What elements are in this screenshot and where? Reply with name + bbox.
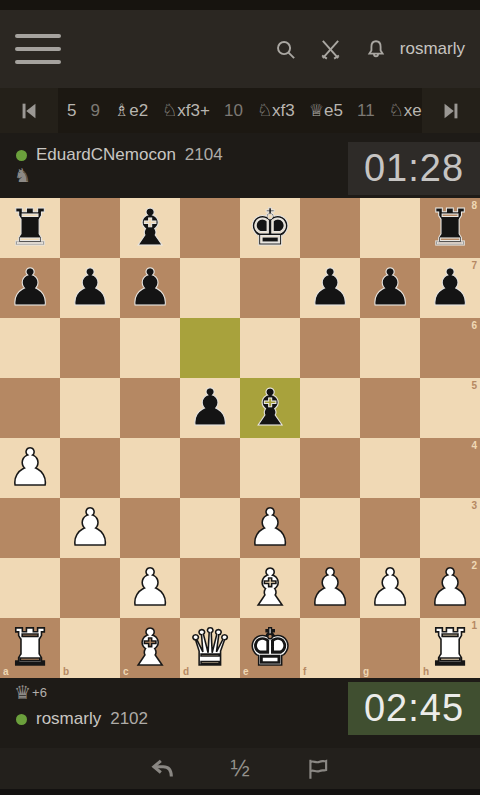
square-b6[interactable] (60, 318, 120, 378)
square-b1[interactable]: b (60, 618, 120, 678)
piece-white-king[interactable]: ♚ (247, 618, 293, 678)
opponent-name[interactable]: EduardCNemocon (36, 145, 176, 165)
square-b8[interactable] (60, 198, 120, 258)
file-label-c: c (123, 666, 129, 677)
square-c7[interactable]: ♟ (120, 258, 180, 318)
square-f6[interactable] (300, 318, 360, 378)
square-d3[interactable] (180, 498, 240, 558)
file-label-g: g (363, 666, 369, 677)
piece-black-pawn[interactable]: ♟ (7, 258, 53, 318)
online-indicator (16, 150, 27, 161)
piece-black-bishop[interactable]: ♝ (247, 378, 293, 438)
material-advantage: +6 (32, 682, 47, 704)
square-c8[interactable]: ♝ (120, 198, 180, 258)
square-e2[interactable]: ♝ (240, 558, 300, 618)
player-clock: 02:45 (348, 682, 480, 735)
rank-label-6: 6 (471, 320, 477, 331)
piece-black-pawn[interactable]: ♟ (187, 378, 233, 438)
takeback-button[interactable] (145, 752, 179, 786)
player-name[interactable]: rosmarly (36, 709, 101, 729)
square-a2[interactable] (0, 558, 60, 618)
rank-label-1: 1 (471, 620, 477, 631)
opponent-clock: 01:28 (348, 142, 480, 195)
action-bar: ½ (0, 748, 480, 789)
square-a4[interactable]: ♟ (0, 438, 60, 498)
square-d6[interactable] (180, 318, 240, 378)
square-h4[interactable]: 4 (420, 438, 480, 498)
square-c4[interactable] (120, 438, 180, 498)
square-f2[interactable]: ♟ (300, 558, 360, 618)
square-d7[interactable] (180, 258, 240, 318)
move-list[interactable]: 59♗e2♘xf3+10♘xf3♕e511♘xe5♗xe5 (58, 88, 422, 133)
square-b3[interactable]: ♟ (60, 498, 120, 558)
square-a7[interactable]: ♟ (0, 258, 60, 318)
player-info-row: ♛ +6 rosmarly 2102 02:45 (0, 678, 480, 748)
piece-black-king[interactable]: ♚ (247, 198, 293, 258)
square-g7[interactable]: ♟ (360, 258, 420, 318)
square-h8[interactable]: 8♜ (420, 198, 480, 258)
captured-knight-icon: ♞ (14, 165, 31, 187)
search-icon[interactable] (274, 37, 298, 61)
rank-label-7: 7 (471, 260, 477, 271)
move-number: 11 (350, 101, 382, 121)
square-h1[interactable]: 1h♜ (420, 618, 480, 678)
square-a6[interactable] (0, 318, 60, 378)
file-label-h: h (423, 666, 429, 677)
offer-draw-button[interactable]: ½ (223, 752, 257, 786)
piece-black-pawn[interactable]: ♟ (127, 258, 173, 318)
move[interactable]: 5 (60, 101, 83, 121)
undo-arrow-icon (148, 755, 176, 783)
square-c6[interactable] (120, 318, 180, 378)
square-g4[interactable] (360, 438, 420, 498)
square-e7[interactable] (240, 258, 300, 318)
move[interactable]: ♘xf3 (250, 100, 302, 121)
piece-white-bishop[interactable]: ♝ (127, 618, 173, 678)
opponent-info-row: EduardCNemocon 2104 ♞ 01:28 (0, 133, 480, 198)
app-root: rosmarly 59♗e2♘xf3+10♘xf3♕e511♘xe5♗xe5 E… (0, 0, 480, 795)
square-b4[interactable] (60, 438, 120, 498)
square-g6[interactable] (360, 318, 420, 378)
rank-label-4: 4 (471, 440, 477, 451)
move[interactable]: ♘xe5 (382, 100, 422, 121)
square-d5[interactable]: ♟ (180, 378, 240, 438)
piece-white-pawn[interactable]: ♟ (67, 498, 113, 558)
square-d1[interactable]: d♛ (180, 618, 240, 678)
piece-white-pawn[interactable]: ♟ (427, 558, 473, 618)
move[interactable]: ♘xf3+ (155, 100, 217, 121)
square-f8[interactable] (300, 198, 360, 258)
square-a1[interactable]: a♜ (0, 618, 60, 678)
square-c3[interactable] (120, 498, 180, 558)
square-a3[interactable] (0, 498, 60, 558)
square-f1[interactable]: f (300, 618, 360, 678)
square-b5[interactable] (60, 378, 120, 438)
bell-icon[interactable] (364, 37, 388, 61)
bottom-strip (0, 789, 480, 795)
move-number: 10 (217, 101, 250, 121)
online-indicator (16, 714, 27, 725)
rank-label-2: 2 (471, 560, 477, 571)
piece-black-bishop[interactable]: ♝ (127, 198, 173, 258)
piece-white-pawn[interactable]: ♟ (127, 558, 173, 618)
crossed-swords-icon[interactable] (319, 37, 343, 61)
square-d2[interactable] (180, 558, 240, 618)
piece-white-queen[interactable]: ♛ (187, 618, 233, 678)
piece-white-rook[interactable]: ♜ (427, 618, 473, 678)
chess-board[interactable]: ♜♝♚8♜♟♟♟♟♟7♟6♟♝5♟4♟♟3♟♝♟♟2♟a♜bc♝d♛e♚fg1h… (0, 198, 480, 678)
square-a5[interactable] (0, 378, 60, 438)
square-e6[interactable] (240, 318, 300, 378)
square-g8[interactable] (360, 198, 420, 258)
rank-label-8: 8 (471, 200, 477, 211)
square-h5[interactable]: 5 (420, 378, 480, 438)
square-g1[interactable]: g (360, 618, 420, 678)
rank-label-3: 3 (471, 500, 477, 511)
status-strip (0, 0, 480, 10)
square-e5[interactable]: ♝ (240, 378, 300, 438)
piece-black-pawn[interactable]: ♟ (67, 258, 113, 318)
square-g2[interactable]: ♟ (360, 558, 420, 618)
player-rating: 2102 (110, 709, 148, 729)
square-b7[interactable]: ♟ (60, 258, 120, 318)
piece-black-pawn[interactable]: ♟ (307, 258, 353, 318)
square-g5[interactable] (360, 378, 420, 438)
file-label-b: b (63, 666, 69, 677)
square-e8[interactable]: ♚ (240, 198, 300, 258)
square-c2[interactable]: ♟ (120, 558, 180, 618)
piece-white-bishop[interactable]: ♝ (247, 558, 293, 618)
move-list-bar: 59♗e2♘xf3+10♘xf3♕e511♘xe5♗xe5 (0, 88, 480, 133)
resign-button[interactable] (301, 752, 335, 786)
square-c1[interactable]: c♝ (120, 618, 180, 678)
square-f7[interactable]: ♟ (300, 258, 360, 318)
piece-black-pawn[interactable]: ♟ (367, 258, 413, 318)
skip-to-end-button[interactable] (422, 88, 480, 133)
square-g3[interactable] (360, 498, 420, 558)
square-h2[interactable]: 2♟ (420, 558, 480, 618)
piece-white-pawn[interactable]: ♟ (307, 558, 353, 618)
square-d4[interactable] (180, 438, 240, 498)
move[interactable]: ♕e5 (302, 100, 350, 121)
move-number: 9 (83, 101, 106, 121)
skip-back-icon (18, 100, 40, 122)
menu-icon[interactable] (15, 34, 61, 64)
file-label-e: e (243, 666, 249, 677)
piece-black-rook[interactable]: ♜ (7, 198, 53, 258)
flag-icon (305, 756, 331, 782)
square-e1[interactable]: e♚ (240, 618, 300, 678)
file-label-a: a (3, 666, 9, 677)
square-a8[interactable]: ♜ (0, 198, 60, 258)
square-d8[interactable] (180, 198, 240, 258)
piece-white-pawn[interactable]: ♟ (247, 498, 293, 558)
piece-white-pawn[interactable]: ♟ (367, 558, 413, 618)
square-e4[interactable] (240, 438, 300, 498)
square-h6[interactable]: 6 (420, 318, 480, 378)
square-f5[interactable] (300, 378, 360, 438)
square-c5[interactable] (120, 378, 180, 438)
piece-black-rook[interactable]: ♜ (427, 198, 473, 258)
square-h7[interactable]: 7♟ (420, 258, 480, 318)
skip-to-start-button[interactable] (0, 88, 58, 133)
file-label-d: d (183, 666, 189, 677)
piece-white-pawn[interactable]: ♟ (7, 438, 53, 498)
square-e3[interactable]: ♟ (240, 498, 300, 558)
piece-black-pawn[interactable]: ♟ (427, 258, 473, 318)
square-b2[interactable] (60, 558, 120, 618)
header: rosmarly (0, 10, 480, 88)
opponent-rating: 2104 (185, 145, 223, 165)
square-f3[interactable] (300, 498, 360, 558)
logged-in-username[interactable]: rosmarly (400, 39, 465, 59)
skip-forward-icon (440, 100, 462, 122)
square-f4[interactable] (300, 438, 360, 498)
rank-label-5: 5 (471, 380, 477, 391)
captured-queen-icon: ♛ (14, 682, 31, 704)
file-label-f: f (303, 666, 306, 677)
move[interactable]: ♗e2 (107, 100, 155, 121)
piece-white-rook[interactable]: ♜ (7, 618, 53, 678)
square-h3[interactable]: 3 (420, 498, 480, 558)
